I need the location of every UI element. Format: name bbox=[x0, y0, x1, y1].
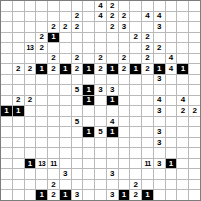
grid-cell-r18c14[interactable] bbox=[166, 190, 177, 200]
grid-cell-r8c5[interactable] bbox=[60, 85, 71, 95]
grid-cell-r8c4[interactable] bbox=[48, 85, 59, 95]
grid-cell-r16c9[interactable]: 3 bbox=[107, 169, 118, 179]
grid-cell-r3c3[interactable]: 2 bbox=[36, 33, 47, 43]
grid-cell-r12c9[interactable]: 1 bbox=[107, 127, 118, 137]
grid-cell-r7c7[interactable] bbox=[83, 75, 94, 85]
grid-cell-r1c1[interactable] bbox=[13, 12, 24, 22]
grid-cell-r17c14[interactable] bbox=[166, 180, 177, 190]
grid-cell-r7c9[interactable] bbox=[107, 75, 118, 85]
grid-cell-r18c1[interactable] bbox=[13, 190, 24, 200]
grid-cell-r6c5[interactable]: 1 bbox=[60, 64, 71, 74]
grid-cell-r8c9[interactable]: 3 bbox=[107, 85, 118, 95]
grid-cell-r3c9[interactable] bbox=[107, 33, 118, 43]
grid-cell-r13c11[interactable] bbox=[130, 138, 141, 148]
grid-cell-r10c0[interactable]: 1 bbox=[1, 106, 12, 116]
grid-cell-r16c14[interactable] bbox=[166, 169, 177, 179]
grid-cell-r17c7[interactable] bbox=[83, 180, 94, 190]
grid-cell-r10c7[interactable] bbox=[83, 106, 94, 116]
grid-cell-r2c8[interactable] bbox=[95, 22, 106, 32]
grid-cell-r15c7[interactable] bbox=[83, 159, 94, 169]
grid-cell-r7c14[interactable] bbox=[166, 75, 177, 85]
grid-cell-r0c2[interactable] bbox=[25, 1, 36, 11]
grid-cell-r14c7[interactable] bbox=[83, 148, 94, 158]
grid-cell-r10c9[interactable] bbox=[107, 106, 118, 116]
grid-cell-r15c0[interactable] bbox=[1, 159, 12, 169]
grid-cell-r18c9[interactable]: 3 bbox=[107, 190, 118, 200]
grid-cell-r12c4[interactable] bbox=[48, 127, 59, 137]
grid-cell-r5c11[interactable] bbox=[130, 54, 141, 64]
grid-cell-r1c7[interactable] bbox=[83, 12, 94, 22]
grid-cell-r11c4[interactable] bbox=[48, 117, 59, 127]
grid-cell-r14c3[interactable] bbox=[36, 148, 47, 158]
grid-cell-r6c9[interactable]: 1 bbox=[107, 64, 118, 74]
grid-cell-r11c8[interactable] bbox=[95, 117, 106, 127]
grid-cell-r1c14[interactable] bbox=[166, 12, 177, 22]
grid-cell-r16c4[interactable] bbox=[48, 169, 59, 179]
grid-cell-r2c9[interactable]: 2 bbox=[107, 22, 118, 32]
grid-cell-r18c4[interactable]: 2 bbox=[48, 190, 59, 200]
grid-cell-r4c3[interactable]: 2 bbox=[36, 43, 47, 53]
grid-cell-r5c7[interactable] bbox=[83, 54, 94, 64]
grid-cell-r3c2[interactable] bbox=[25, 33, 36, 43]
grid-cell-r0c9[interactable]: 2 bbox=[107, 1, 118, 11]
grid-cell-r13c8[interactable] bbox=[95, 138, 106, 148]
grid-cell-r11c12[interactable] bbox=[142, 117, 153, 127]
grid-cell-r2c14[interactable] bbox=[166, 22, 177, 32]
grid-cell-r2c15[interactable] bbox=[177, 22, 188, 32]
grid-cell-r5c15[interactable] bbox=[177, 54, 188, 64]
grid-cell-r12c13[interactable]: 3 bbox=[154, 127, 165, 137]
grid-cell-r13c2[interactable] bbox=[25, 138, 36, 148]
grid-cell-r13c5[interactable] bbox=[60, 138, 71, 148]
grid-cell-r8c16[interactable] bbox=[189, 85, 200, 95]
grid-cell-r11c6[interactable]: 5 bbox=[72, 117, 83, 127]
grid-cell-r13c10[interactable] bbox=[119, 138, 130, 148]
grid-cell-r8c0[interactable] bbox=[1, 85, 12, 95]
grid-cell-r0c5[interactable] bbox=[60, 1, 71, 11]
grid-cell-r1c16[interactable] bbox=[189, 12, 200, 22]
grid-cell-r16c11[interactable] bbox=[130, 169, 141, 179]
grid-cell-r15c6[interactable] bbox=[72, 159, 83, 169]
grid-cell-r8c11[interactable] bbox=[130, 85, 141, 95]
grid-cell-r3c15[interactable] bbox=[177, 33, 188, 43]
grid-cell-r1c6[interactable]: 2 bbox=[72, 12, 83, 22]
grid-cell-r14c12[interactable] bbox=[142, 148, 153, 158]
grid-cell-r10c6[interactable] bbox=[72, 106, 83, 116]
grid-cell-r9c6[interactable] bbox=[72, 96, 83, 106]
grid-cell-r9c0[interactable] bbox=[1, 96, 12, 106]
grid-cell-r15c10[interactable] bbox=[119, 159, 130, 169]
grid-cell-r0c11[interactable] bbox=[130, 1, 141, 11]
grid-cell-r18c12[interactable]: 1 bbox=[142, 190, 153, 200]
grid-cell-r18c6[interactable]: 3 bbox=[72, 190, 83, 200]
grid-cell-r3c5[interactable] bbox=[60, 33, 71, 43]
grid-cell-r16c13[interactable] bbox=[154, 169, 165, 179]
grid-cell-r12c2[interactable] bbox=[25, 127, 36, 137]
grid-cell-r2c12[interactable] bbox=[142, 22, 153, 32]
grid-cell-r1c10[interactable]: 2 bbox=[119, 12, 130, 22]
grid-cell-r12c15[interactable] bbox=[177, 127, 188, 137]
grid-cell-r3c7[interactable] bbox=[83, 33, 94, 43]
grid-cell-r3c14[interactable] bbox=[166, 33, 177, 43]
grid-cell-r5c0[interactable] bbox=[1, 54, 12, 64]
grid-cell-r6c11[interactable]: 1 bbox=[130, 64, 141, 74]
grid-cell-r4c4[interactable] bbox=[48, 43, 59, 53]
grid-cell-r11c2[interactable] bbox=[25, 117, 36, 127]
grid-cell-r9c10[interactable] bbox=[119, 96, 130, 106]
grid-cell-r17c15[interactable] bbox=[177, 180, 188, 190]
grid-cell-r14c13[interactable] bbox=[154, 148, 165, 158]
grid-cell-r5c5[interactable] bbox=[60, 54, 71, 64]
grid-cell-r11c7[interactable] bbox=[83, 117, 94, 127]
grid-cell-r1c15[interactable] bbox=[177, 12, 188, 22]
grid-cell-r16c12[interactable] bbox=[142, 169, 153, 179]
grid-cell-r9c11[interactable] bbox=[130, 96, 141, 106]
grid-cell-r18c13[interactable] bbox=[154, 190, 165, 200]
grid-cell-r5c14[interactable]: 4 bbox=[166, 54, 177, 64]
grid-cell-r11c5[interactable] bbox=[60, 117, 71, 127]
grid-cell-r13c7[interactable] bbox=[83, 138, 94, 148]
grid-cell-r2c7[interactable] bbox=[83, 22, 94, 32]
grid-cell-r17c6[interactable] bbox=[72, 180, 83, 190]
grid-cell-r14c16[interactable] bbox=[189, 148, 200, 158]
grid-cell-r11c15[interactable] bbox=[177, 117, 188, 127]
grid-cell-r14c8[interactable] bbox=[95, 148, 106, 158]
grid-cell-r11c14[interactable] bbox=[166, 117, 177, 127]
grid-cell-r13c12[interactable] bbox=[142, 138, 153, 148]
grid-cell-r16c6[interactable] bbox=[72, 169, 83, 179]
grid-cell-r0c3[interactable] bbox=[36, 1, 47, 11]
grid-cell-r14c1[interactable] bbox=[13, 148, 24, 158]
grid-cell-r18c7[interactable] bbox=[83, 190, 94, 200]
grid-cell-r4c0[interactable] bbox=[1, 43, 12, 53]
grid-cell-r3c6[interactable] bbox=[72, 33, 83, 43]
grid-cell-r1c3[interactable] bbox=[36, 12, 47, 22]
grid-cell-r4c6[interactable] bbox=[72, 43, 83, 53]
grid-cell-r16c3[interactable] bbox=[36, 169, 47, 179]
grid-cell-r3c4[interactable]: 1 bbox=[48, 33, 59, 43]
grid-cell-r8c3[interactable] bbox=[36, 85, 47, 95]
grid-cell-r7c12[interactable] bbox=[142, 75, 153, 85]
grid-cell-r17c12[interactable] bbox=[142, 180, 153, 190]
grid-cell-r12c6[interactable] bbox=[72, 127, 83, 137]
grid-cell-r4c2[interactable]: 13 bbox=[25, 43, 36, 53]
grid-cell-r2c10[interactable]: 3 bbox=[119, 22, 130, 32]
grid-cell-r16c7[interactable] bbox=[83, 169, 94, 179]
grid-cell-r10c1[interactable]: 1 bbox=[13, 106, 24, 116]
grid-cell-r17c10[interactable] bbox=[119, 180, 130, 190]
grid-cell-r1c11[interactable] bbox=[130, 12, 141, 22]
grid-cell-r3c11[interactable]: 2 bbox=[130, 33, 141, 43]
grid-cell-r4c8[interactable] bbox=[95, 43, 106, 53]
grid-cell-r8c2[interactable] bbox=[25, 85, 36, 95]
grid-cell-r5c1[interactable] bbox=[13, 54, 24, 64]
grid-cell-r18c8[interactable] bbox=[95, 190, 106, 200]
grid-cell-r8c15[interactable] bbox=[177, 85, 188, 95]
grid-cell-r6c7[interactable]: 1 bbox=[83, 64, 94, 74]
grid-cell-r5c8[interactable]: 2 bbox=[95, 54, 106, 64]
grid-cell-r4c13[interactable]: 2 bbox=[154, 43, 165, 53]
grid-cell-r1c2[interactable] bbox=[25, 12, 36, 22]
grid-cell-r7c2[interactable] bbox=[25, 75, 36, 85]
grid-cell-r15c13[interactable]: 3 bbox=[154, 159, 165, 169]
grid-cell-r16c8[interactable] bbox=[95, 169, 106, 179]
grid-cell-r10c15[interactable]: 2 bbox=[177, 106, 188, 116]
grid-cell-r6c16[interactable] bbox=[189, 64, 200, 74]
grid-cell-r11c1[interactable] bbox=[13, 117, 24, 127]
grid-cell-r15c5[interactable] bbox=[60, 159, 71, 169]
grid-cell-r0c16[interactable] bbox=[189, 1, 200, 11]
grid-cell-r8c7[interactable]: 1 bbox=[83, 85, 94, 95]
grid-cell-r3c8[interactable] bbox=[95, 33, 106, 43]
grid-cell-r0c6[interactable] bbox=[72, 1, 83, 11]
grid-cell-r13c6[interactable] bbox=[72, 138, 83, 148]
grid-cell-r5c12[interactable]: 2 bbox=[142, 54, 153, 64]
grid-cell-r6c3[interactable]: 1 bbox=[36, 64, 47, 74]
grid-cell-r12c7[interactable]: 1 bbox=[83, 127, 94, 137]
grid-cell-r6c8[interactable]: 2 bbox=[95, 64, 106, 74]
grid-cell-r10c16[interactable]: 2 bbox=[189, 106, 200, 116]
grid-cell-r5c2[interactable] bbox=[25, 54, 36, 64]
grid-cell-r12c5[interactable] bbox=[60, 127, 71, 137]
grid-cell-r6c1[interactable]: 2 bbox=[13, 64, 24, 74]
grid-cell-r18c5[interactable]: 1 bbox=[60, 190, 71, 200]
grid-cell-r8c1[interactable] bbox=[13, 85, 24, 95]
grid-cell-r13c1[interactable] bbox=[13, 138, 24, 148]
grid-cell-r10c8[interactable] bbox=[95, 106, 106, 116]
grid-cell-r9c2[interactable]: 2 bbox=[25, 96, 36, 106]
grid-cell-r7c5[interactable] bbox=[60, 75, 71, 85]
grid-cell-r9c8[interactable] bbox=[95, 96, 106, 106]
grid-cell-r13c3[interactable] bbox=[36, 138, 47, 148]
grid-cell-r0c14[interactable] bbox=[166, 1, 177, 11]
grid-cell-r4c15[interactable] bbox=[177, 43, 188, 53]
grid-cell-r10c11[interactable] bbox=[130, 106, 141, 116]
grid-cell-r6c2[interactable]: 2 bbox=[25, 64, 36, 74]
grid-cell-r1c13[interactable]: 4 bbox=[154, 12, 165, 22]
grid-cell-r15c2[interactable]: 1 bbox=[25, 159, 36, 169]
grid-cell-r11c0[interactable] bbox=[1, 117, 12, 127]
grid-cell-r14c4[interactable] bbox=[48, 148, 59, 158]
grid-cell-r14c5[interactable] bbox=[60, 148, 71, 158]
grid-cell-r9c4[interactable] bbox=[48, 96, 59, 106]
grid-cell-r10c10[interactable] bbox=[119, 106, 130, 116]
grid-cell-r8c13[interactable] bbox=[154, 85, 165, 95]
grid-cell-r2c0[interactable] bbox=[1, 22, 12, 32]
grid-cell-r15c11[interactable] bbox=[130, 159, 141, 169]
grid-cell-r4c16[interactable] bbox=[189, 43, 200, 53]
grid-cell-r12c1[interactable] bbox=[13, 127, 24, 137]
grid-cell-r6c0[interactable] bbox=[1, 64, 12, 74]
grid-cell-r2c5[interactable]: 2 bbox=[60, 22, 71, 32]
grid-cell-r18c11[interactable]: 2 bbox=[130, 190, 141, 200]
grid-cell-r9c16[interactable] bbox=[189, 96, 200, 106]
grid-cell-r15c14[interactable]: 1 bbox=[166, 159, 177, 169]
grid-cell-r0c15[interactable] bbox=[177, 1, 188, 11]
grid-cell-r1c12[interactable]: 4 bbox=[142, 12, 153, 22]
grid-cell-r14c11[interactable] bbox=[130, 148, 141, 158]
grid-cell-r6c13[interactable]: 1 bbox=[154, 64, 165, 74]
grid-cell-r16c16[interactable] bbox=[189, 169, 200, 179]
grid-cell-r16c0[interactable] bbox=[1, 169, 12, 179]
grid-cell-r12c8[interactable]: 5 bbox=[95, 127, 106, 137]
grid-cell-r10c3[interactable] bbox=[36, 106, 47, 116]
grid-cell-r7c4[interactable] bbox=[48, 75, 59, 85]
grid-cell-r11c16[interactable] bbox=[189, 117, 200, 127]
grid-cell-r10c4[interactable] bbox=[48, 106, 59, 116]
grid-cell-r7c10[interactable] bbox=[119, 75, 130, 85]
grid-cell-r14c9[interactable] bbox=[107, 148, 118, 158]
grid-cell-r11c9[interactable]: 4 bbox=[107, 117, 118, 127]
grid-cell-r2c11[interactable] bbox=[130, 22, 141, 32]
grid-cell-r6c14[interactable]: 4 bbox=[166, 64, 177, 74]
grid-cell-r9c13[interactable]: 4 bbox=[154, 96, 165, 106]
grid-cell-r7c8[interactable] bbox=[95, 75, 106, 85]
grid-cell-r1c5[interactable] bbox=[60, 12, 71, 22]
grid-cell-r3c12[interactable]: 2 bbox=[142, 33, 153, 43]
grid-cell-r11c11[interactable] bbox=[130, 117, 141, 127]
grid-cell-r4c10[interactable] bbox=[119, 43, 130, 53]
grid-cell-r9c9[interactable]: 1 bbox=[107, 96, 118, 106]
grid-cell-r0c0[interactable] bbox=[1, 1, 12, 11]
grid-cell-r8c10[interactable] bbox=[119, 85, 130, 95]
grid-cell-r10c13[interactable]: 3 bbox=[154, 106, 165, 116]
grid-cell-r15c12[interactable]: 11 bbox=[142, 159, 153, 169]
grid-cell-r4c12[interactable]: 2 bbox=[142, 43, 153, 53]
grid-cell-r2c1[interactable] bbox=[13, 22, 24, 32]
grid-cell-r1c9[interactable]: 2 bbox=[107, 12, 118, 22]
grid-cell-r0c1[interactable] bbox=[13, 1, 24, 11]
grid-cell-r11c3[interactable] bbox=[36, 117, 47, 127]
grid-cell-r15c3[interactable]: 13 bbox=[36, 159, 47, 169]
grid-cell-r8c8[interactable]: 3 bbox=[95, 85, 106, 95]
grid-cell-r2c13[interactable]: 3 bbox=[154, 22, 165, 32]
grid-cell-r13c14[interactable] bbox=[166, 138, 177, 148]
grid-cell-r18c10[interactable]: 1 bbox=[119, 190, 130, 200]
grid-cell-r4c14[interactable] bbox=[166, 43, 177, 53]
grid-cell-r12c11[interactable] bbox=[130, 127, 141, 137]
grid-cell-r14c0[interactable] bbox=[1, 148, 12, 158]
grid-cell-r17c8[interactable] bbox=[95, 180, 106, 190]
grid-cell-r17c4[interactable]: 2 bbox=[48, 180, 59, 190]
grid-cell-r5c10[interactable]: 2 bbox=[119, 54, 130, 64]
grid-cell-r17c2[interactable] bbox=[25, 180, 36, 190]
grid-cell-r0c13[interactable] bbox=[154, 1, 165, 11]
grid-cell-r5c16[interactable] bbox=[189, 54, 200, 64]
grid-cell-r7c3[interactable] bbox=[36, 75, 47, 85]
grid-cell-r4c11[interactable] bbox=[130, 43, 141, 53]
grid-cell-r0c7[interactable] bbox=[83, 1, 94, 11]
grid-cell-r16c1[interactable] bbox=[13, 169, 24, 179]
grid-cell-r18c15[interactable] bbox=[177, 190, 188, 200]
grid-cell-r4c9[interactable] bbox=[107, 43, 118, 53]
grid-cell-r12c3[interactable] bbox=[36, 127, 47, 137]
grid-cell-r15c1[interactable] bbox=[13, 159, 24, 169]
grid-cell-r17c1[interactable] bbox=[13, 180, 24, 190]
grid-cell-r5c4[interactable]: 2 bbox=[48, 54, 59, 64]
grid-cell-r4c7[interactable] bbox=[83, 43, 94, 53]
grid-cell-r2c4[interactable]: 2 bbox=[48, 22, 59, 32]
grid-cell-r16c5[interactable]: 3 bbox=[60, 169, 71, 179]
grid-cell-r4c1[interactable] bbox=[13, 43, 24, 53]
grid-cell-r5c13[interactable] bbox=[154, 54, 165, 64]
grid-cell-r7c13[interactable]: 3 bbox=[154, 75, 165, 85]
grid-cell-r7c15[interactable] bbox=[177, 75, 188, 85]
grid-cell-r13c13[interactable]: 3 bbox=[154, 138, 165, 148]
grid-cell-r0c4[interactable] bbox=[48, 1, 59, 11]
grid-cell-r18c2[interactable] bbox=[25, 190, 36, 200]
grid-cell-r3c1[interactable] bbox=[13, 33, 24, 43]
grid-cell-r1c8[interactable]: 4 bbox=[95, 12, 106, 22]
grid-cell-r12c0[interactable] bbox=[1, 127, 12, 137]
grid-cell-r9c5[interactable] bbox=[60, 96, 71, 106]
grid-cell-r14c15[interactable] bbox=[177, 148, 188, 158]
grid-cell-r9c14[interactable] bbox=[166, 96, 177, 106]
grid-cell-r0c8[interactable]: 4 bbox=[95, 1, 106, 11]
grid-cell-r5c9[interactable] bbox=[107, 54, 118, 64]
grid-cell-r1c0[interactable] bbox=[1, 12, 12, 22]
grid-cell-r12c14[interactable] bbox=[166, 127, 177, 137]
grid-cell-r17c13[interactable] bbox=[154, 180, 165, 190]
grid-cell-r6c12[interactable]: 2 bbox=[142, 64, 153, 74]
grid-cell-r3c0[interactable] bbox=[1, 33, 12, 43]
grid-cell-r18c16[interactable] bbox=[189, 190, 200, 200]
grid-cell-r1c4[interactable] bbox=[48, 12, 59, 22]
grid-cell-r17c16[interactable] bbox=[189, 180, 200, 190]
grid-cell-r13c9[interactable] bbox=[107, 138, 118, 148]
grid-cell-r18c0[interactable] bbox=[1, 190, 12, 200]
grid-cell-r9c7[interactable]: 1 bbox=[83, 96, 94, 106]
grid-cell-r5c6[interactable]: 2 bbox=[72, 54, 83, 64]
grid-cell-r18c3[interactable]: 1 bbox=[36, 190, 47, 200]
grid-cell-r9c3[interactable] bbox=[36, 96, 47, 106]
grid-cell-r6c15[interactable]: 1 bbox=[177, 64, 188, 74]
grid-cell-r17c9[interactable] bbox=[107, 180, 118, 190]
grid-cell-r10c14[interactable] bbox=[166, 106, 177, 116]
grid-cell-r13c16[interactable] bbox=[189, 138, 200, 148]
grid-cell-r15c4[interactable]: 11 bbox=[48, 159, 59, 169]
grid-cell-r9c1[interactable]: 2 bbox=[13, 96, 24, 106]
grid-cell-r2c3[interactable] bbox=[36, 22, 47, 32]
grid-cell-r0c12[interactable] bbox=[142, 1, 153, 11]
grid-cell-r14c2[interactable] bbox=[25, 148, 36, 158]
grid-cell-r8c14[interactable] bbox=[166, 85, 177, 95]
grid-cell-r13c4[interactable] bbox=[48, 138, 59, 148]
grid-cell-r3c16[interactable] bbox=[189, 33, 200, 43]
grid-cell-r13c15[interactable] bbox=[177, 138, 188, 148]
grid-cell-r6c4[interactable]: 2 bbox=[48, 64, 59, 74]
grid-cell-r14c14[interactable] bbox=[166, 148, 177, 158]
grid-cell-r7c6[interactable] bbox=[72, 75, 83, 85]
grid-cell-r0c10[interactable] bbox=[119, 1, 130, 11]
grid-cell-r16c15[interactable] bbox=[177, 169, 188, 179]
grid-cell-r17c3[interactable] bbox=[36, 180, 47, 190]
grid-cell-r3c13[interactable] bbox=[154, 33, 165, 43]
grid-cell-r3c10[interactable] bbox=[119, 33, 130, 43]
grid-cell-r7c11[interactable] bbox=[130, 75, 141, 85]
grid-cell-r16c10[interactable] bbox=[119, 169, 130, 179]
grid-cell-r10c12[interactable] bbox=[142, 106, 153, 116]
grid-cell-r17c5[interactable] bbox=[60, 180, 71, 190]
grid-cell-r2c6[interactable]: 2 bbox=[72, 22, 83, 32]
grid-cell-r6c10[interactable]: 2 bbox=[119, 64, 130, 74]
grid-cell-r10c5[interactable] bbox=[60, 106, 71, 116]
grid-cell-r11c10[interactable] bbox=[119, 117, 130, 127]
grid-cell-r15c8[interactable] bbox=[95, 159, 106, 169]
grid-cell-r7c1[interactable] bbox=[13, 75, 24, 85]
grid-cell-r8c6[interactable]: 5 bbox=[72, 85, 83, 95]
grid-cell-r14c10[interactable] bbox=[119, 148, 130, 158]
